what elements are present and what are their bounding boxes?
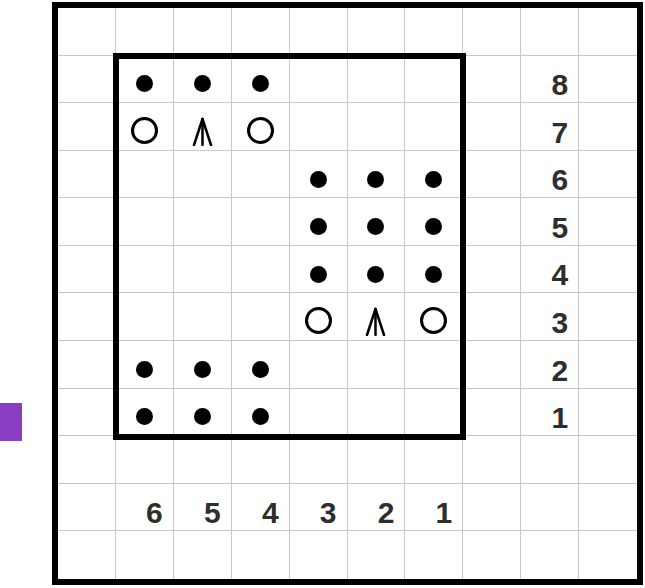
grid-cell-r2c3 xyxy=(232,103,290,151)
grid-cell-r8c5 xyxy=(348,389,406,437)
grid-cell-r4c5 xyxy=(348,198,406,246)
grid-cell-r10c5: 2 xyxy=(348,484,406,532)
grid-cell-r9c3 xyxy=(232,436,290,484)
grid-cell-r3c2 xyxy=(174,151,232,199)
dot-piece xyxy=(252,75,269,92)
grid-cell-r2c8: 7 xyxy=(521,103,579,151)
open-circle-piece xyxy=(305,307,332,334)
col-label-6: 6 xyxy=(116,484,173,531)
grid-cell-r10c4: 3 xyxy=(290,484,348,532)
grid-cell-r1c9 xyxy=(579,56,637,104)
purple-marker xyxy=(0,403,22,441)
grid-cell-r4c1 xyxy=(116,198,174,246)
grid-cell-r11c2 xyxy=(174,531,232,579)
grid-cell-r5c9 xyxy=(579,246,637,294)
dot-piece xyxy=(425,218,442,235)
grid-cell-r10c8 xyxy=(521,484,579,532)
grid-cell-r8c1 xyxy=(116,389,174,437)
grid-cell-r5c7 xyxy=(463,246,521,294)
grid-cell-r0c6 xyxy=(405,8,463,56)
grid-cell-r1c0 xyxy=(58,56,116,104)
grid-cell-r6c6 xyxy=(405,293,463,341)
grid-cell-r1c2 xyxy=(174,56,232,104)
grid-cell-r7c6 xyxy=(405,341,463,389)
grid-cell-r1c3 xyxy=(232,56,290,104)
row-label-4: 4 xyxy=(521,246,578,293)
grid-cell-r7c5 xyxy=(348,341,406,389)
grid-cell-r11c7 xyxy=(463,531,521,579)
grid-cell-r4c9 xyxy=(579,198,637,246)
grid-cell-r3c5 xyxy=(348,151,406,199)
grid-cell-r4c2 xyxy=(174,198,232,246)
game-board: 87654321654321 xyxy=(52,2,643,585)
grid-cell-r9c4 xyxy=(290,436,348,484)
grid-cell-r5c3 xyxy=(232,246,290,294)
dot-piece xyxy=(425,171,442,188)
grid-cell-r10c6: 1 xyxy=(405,484,463,532)
grid-cell-r2c0 xyxy=(58,103,116,151)
grid-cell-r4c8: 5 xyxy=(521,198,579,246)
row-label-3: 3 xyxy=(521,293,578,340)
grid-cell-r3c9 xyxy=(579,151,637,199)
board-grid: 87654321654321 xyxy=(58,8,637,579)
dot-piece xyxy=(425,266,442,283)
grid-cell-r2c5 xyxy=(348,103,406,151)
grid-cell-r0c1 xyxy=(116,8,174,56)
grid-cell-r7c0 xyxy=(58,341,116,389)
col-label-5: 5 xyxy=(174,484,231,531)
grid-cell-r1c7 xyxy=(463,56,521,104)
grid-cell-r9c9 xyxy=(579,436,637,484)
grid-cell-r9c0 xyxy=(58,436,116,484)
grid-cell-r0c7 xyxy=(463,8,521,56)
grid-cell-r9c8 xyxy=(521,436,579,484)
grid-cell-r9c1 xyxy=(116,436,174,484)
grid-cell-r9c2 xyxy=(174,436,232,484)
grid-cell-r0c2 xyxy=(174,8,232,56)
grid-cell-r6c5 xyxy=(348,293,406,341)
grid-cell-r8c2 xyxy=(174,389,232,437)
grid-cell-r2c9 xyxy=(579,103,637,151)
grid-cell-r5c2 xyxy=(174,246,232,294)
dot-piece xyxy=(136,75,153,92)
grid-cell-r7c8: 2 xyxy=(521,341,579,389)
dot-piece xyxy=(136,408,153,425)
grid-cell-r0c8 xyxy=(521,8,579,56)
grid-cell-r0c3 xyxy=(232,8,290,56)
dot-piece xyxy=(252,361,269,378)
grid-cell-r8c7 xyxy=(463,389,521,437)
grid-cell-r6c4 xyxy=(290,293,348,341)
grid-cell-r3c3 xyxy=(232,151,290,199)
grid-cell-r4c6 xyxy=(405,198,463,246)
figure-canvas: 87654321654321 xyxy=(0,0,645,588)
col-label-1: 1 xyxy=(405,484,462,531)
open-circle-piece xyxy=(131,117,158,144)
grid-cell-r4c0 xyxy=(58,198,116,246)
grid-cell-r9c6 xyxy=(405,436,463,484)
grid-cell-r8c4 xyxy=(290,389,348,437)
dot-piece xyxy=(194,408,211,425)
grid-cell-r1c1 xyxy=(116,56,174,104)
dot-piece xyxy=(367,266,384,283)
grid-cell-r5c4 xyxy=(290,246,348,294)
grid-cell-r1c8: 8 xyxy=(521,56,579,104)
grid-cell-r7c3 xyxy=(232,341,290,389)
grid-cell-r10c9 xyxy=(579,484,637,532)
grid-cell-r6c3 xyxy=(232,293,290,341)
dot-piece xyxy=(252,408,269,425)
row-label-6: 6 xyxy=(521,151,578,198)
grid-cell-r11c9 xyxy=(579,531,637,579)
grid-cell-r10c0 xyxy=(58,484,116,532)
grid-cell-r8c8: 1 xyxy=(521,389,579,437)
grid-cell-r11c6 xyxy=(405,531,463,579)
open-circle-piece xyxy=(247,117,274,144)
grid-cell-r1c4 xyxy=(290,56,348,104)
grid-cell-r5c6 xyxy=(405,246,463,294)
grid-cell-r5c0 xyxy=(58,246,116,294)
open-circle-piece xyxy=(420,307,447,334)
row-label-5: 5 xyxy=(521,198,578,245)
grid-cell-r6c2 xyxy=(174,293,232,341)
dot-piece xyxy=(367,171,384,188)
grid-cell-r3c4 xyxy=(290,151,348,199)
grid-cell-r2c4 xyxy=(290,103,348,151)
grid-cell-r0c5 xyxy=(348,8,406,56)
grid-cell-r2c6 xyxy=(405,103,463,151)
grid-cell-r1c6 xyxy=(405,56,463,104)
dot-piece xyxy=(310,266,327,283)
grid-cell-r10c7 xyxy=(463,484,521,532)
grid-cell-r11c0 xyxy=(58,531,116,579)
grid-cell-r11c5 xyxy=(348,531,406,579)
grid-cell-r0c9 xyxy=(579,8,637,56)
grid-cell-r11c4 xyxy=(290,531,348,579)
grid-cell-r7c7 xyxy=(463,341,521,389)
col-label-4: 4 xyxy=(232,484,289,531)
grid-cell-r11c3 xyxy=(232,531,290,579)
grid-cell-r9c7 xyxy=(463,436,521,484)
grid-cell-r8c0 xyxy=(58,389,116,437)
grid-cell-r7c2 xyxy=(174,341,232,389)
grid-cell-r4c3 xyxy=(232,198,290,246)
grid-cell-r3c0 xyxy=(58,151,116,199)
grid-cell-r5c1 xyxy=(116,246,174,294)
dot-piece xyxy=(310,218,327,235)
dot-piece xyxy=(136,361,153,378)
grid-cell-r3c1 xyxy=(116,151,174,199)
caret-marker xyxy=(365,307,386,336)
grid-cell-r0c4 xyxy=(290,8,348,56)
caret-marker xyxy=(192,117,213,146)
grid-cell-r7c4 xyxy=(290,341,348,389)
grid-cell-r6c7 xyxy=(463,293,521,341)
grid-cell-r7c9 xyxy=(579,341,637,389)
grid-cell-r7c1 xyxy=(116,341,174,389)
grid-cell-r6c8: 3 xyxy=(521,293,579,341)
grid-cell-r5c5 xyxy=(348,246,406,294)
grid-cell-r6c0 xyxy=(58,293,116,341)
row-label-2: 2 xyxy=(521,341,578,388)
grid-cell-r10c1: 6 xyxy=(116,484,174,532)
dot-piece xyxy=(310,171,327,188)
grid-cell-r8c3 xyxy=(232,389,290,437)
grid-cell-r4c4 xyxy=(290,198,348,246)
grid-cell-r2c1 xyxy=(116,103,174,151)
grid-cell-r8c9 xyxy=(579,389,637,437)
row-label-1: 1 xyxy=(521,389,578,436)
grid-cell-r11c1 xyxy=(116,531,174,579)
col-label-2: 2 xyxy=(348,484,405,531)
grid-cell-r6c1 xyxy=(116,293,174,341)
grid-cell-r10c3: 4 xyxy=(232,484,290,532)
grid-cell-r3c6 xyxy=(405,151,463,199)
grid-cell-r8c6 xyxy=(405,389,463,437)
grid-cell-r0c0 xyxy=(58,8,116,56)
row-label-7: 7 xyxy=(521,103,578,150)
dot-piece xyxy=(194,361,211,378)
dot-piece xyxy=(367,218,384,235)
grid-cell-r2c2 xyxy=(174,103,232,151)
col-label-3: 3 xyxy=(290,484,347,531)
grid-cell-r3c7 xyxy=(463,151,521,199)
grid-cell-r4c7 xyxy=(463,198,521,246)
grid-cell-r2c7 xyxy=(463,103,521,151)
grid-cell-r11c8 xyxy=(521,531,579,579)
grid-cell-r6c9 xyxy=(579,293,637,341)
grid-cell-r5c8: 4 xyxy=(521,246,579,294)
row-label-8: 8 xyxy=(521,56,578,103)
grid-cell-r10c2: 5 xyxy=(174,484,232,532)
grid-cell-r1c5 xyxy=(348,56,406,104)
grid-cell-r3c8: 6 xyxy=(521,151,579,199)
dot-piece xyxy=(194,75,211,92)
grid-cell-r9c5 xyxy=(348,436,406,484)
